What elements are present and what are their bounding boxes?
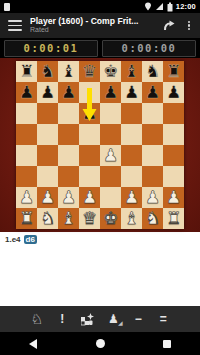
square-d6[interactable]: ♟ [79, 103, 100, 124]
white-queen: ♛ [79, 208, 100, 229]
square-g8[interactable]: ♞ [142, 61, 163, 82]
white-knight: ♞ [142, 208, 163, 229]
black-pawn: ♟ [58, 82, 79, 103]
app-bar: Player (1600) - Comp Frit... Rated [0, 13, 200, 38]
square-h1[interactable]: ♜ [163, 208, 184, 229]
square-c7[interactable]: ♟ [58, 82, 79, 103]
location-icon [144, 2, 152, 11]
square-b5[interactable] [37, 124, 58, 145]
square-f3[interactable] [121, 166, 142, 187]
white-pawn: ♟ [142, 187, 163, 208]
white-pawn: ♟ [163, 187, 184, 208]
square-f4[interactable] [121, 145, 142, 166]
square-d1[interactable]: ♛ [79, 208, 100, 229]
square-c1[interactable]: ♝ [58, 208, 79, 229]
square-c5[interactable] [58, 124, 79, 145]
black-rook: ♜ [163, 61, 184, 82]
square-b2[interactable]: ♟ [37, 187, 58, 208]
square-a3[interactable] [16, 166, 37, 187]
square-g2[interactable]: ♟ [142, 187, 163, 208]
black-pawn: ♟ [100, 82, 121, 103]
square-a2[interactable]: ♟ [16, 187, 37, 208]
page-title: Player (1600) - Comp Frit... [30, 17, 162, 26]
nav-recents-icon[interactable] [163, 340, 171, 348]
square-e3[interactable] [100, 166, 121, 187]
square-h6[interactable] [163, 103, 184, 124]
square-a5[interactable] [16, 124, 37, 145]
square-f5[interactable] [121, 124, 142, 145]
square-g4[interactable] [142, 145, 163, 166]
setup-board-icon[interactable] [81, 313, 94, 326]
white-pawn: ♟ [121, 187, 142, 208]
move-list-area: 1.e4 d6 [0, 232, 200, 306]
white-pawn: ♟ [79, 187, 100, 208]
square-g6[interactable] [142, 103, 163, 124]
square-e6[interactable] [100, 103, 121, 124]
board-frame: ♜♞♝♛♚♝♞♜♟♟♟♟♟♟♟♟♟♟♟♟♟♟♟♟♜♞♝♛♚♝♞♜ [0, 58, 200, 232]
square-a1[interactable]: ♜ [16, 208, 37, 229]
clock-time: 12:00 [176, 2, 196, 11]
takeback-pawn-icon[interactable]: ♟◢ [107, 313, 119, 325]
square-d2[interactable]: ♟ [79, 187, 100, 208]
square-f2[interactable]: ♟ [121, 187, 142, 208]
force-move-icon[interactable]: ! [56, 313, 68, 325]
square-d8[interactable]: ♛ [79, 61, 100, 82]
black-king: ♚ [100, 61, 121, 82]
black-pawn: ♟ [37, 82, 58, 103]
square-c4[interactable] [58, 145, 79, 166]
square-h2[interactable]: ♟ [163, 187, 184, 208]
square-e4[interactable]: ♟ [100, 145, 121, 166]
square-h3[interactable] [163, 166, 184, 187]
square-b6[interactable] [37, 103, 58, 124]
phone-screen: 12:00 Player (1600) - Comp Frit... Rated… [0, 0, 200, 355]
notification-icon [4, 3, 10, 11]
black-pawn: ♟ [16, 82, 37, 103]
square-b4[interactable] [37, 145, 58, 166]
white-rook: ♜ [16, 208, 37, 229]
black-pawn: ♟ [163, 82, 184, 103]
overflow-menu-icon[interactable] [186, 19, 192, 33]
square-e2[interactable] [100, 187, 121, 208]
nav-home-icon[interactable] [96, 339, 105, 348]
square-b7[interactable]: ♟ [37, 82, 58, 103]
black-pawn: ♟ [79, 103, 100, 124]
white-pawn: ♟ [100, 145, 121, 166]
page-subtitle: Rated [30, 26, 162, 33]
square-g5[interactable] [142, 124, 163, 145]
right-game-clock: 0:00:00 [102, 40, 196, 57]
square-a7[interactable]: ♟ [16, 82, 37, 103]
white-rook: ♜ [163, 208, 184, 229]
square-a6[interactable] [16, 103, 37, 124]
square-g3[interactable] [142, 166, 163, 187]
square-a8[interactable]: ♜ [16, 61, 37, 82]
square-e8[interactable]: ♚ [100, 61, 121, 82]
flip-board-icon[interactable] [162, 19, 176, 33]
battery-icon [167, 2, 173, 12]
square-c6[interactable] [58, 103, 79, 124]
square-e1[interactable]: ♚ [100, 208, 121, 229]
black-rook: ♜ [16, 61, 37, 82]
android-nav-bar [0, 332, 200, 355]
black-queen: ♛ [79, 61, 100, 82]
square-b8[interactable]: ♞ [37, 61, 58, 82]
chess-board[interactable]: ♜♞♝♛♚♝♞♜♟♟♟♟♟♟♟♟♟♟♟♟♟♟♟♟♜♞♝♛♚♝♞♜ [16, 61, 184, 229]
square-f8[interactable]: ♝ [121, 61, 142, 82]
square-d3[interactable] [79, 166, 100, 187]
status-bar: 12:00 [0, 0, 200, 13]
black-pawn: ♟ [121, 82, 142, 103]
square-e5[interactable] [100, 124, 121, 145]
square-h5[interactable] [163, 124, 184, 145]
black-knight: ♞ [142, 61, 163, 82]
white-pawn: ♟ [37, 187, 58, 208]
square-g7[interactable]: ♟ [142, 82, 163, 103]
square-a4[interactable] [16, 145, 37, 166]
knight-engine-icon[interactable]: ♘ [31, 312, 44, 326]
move-text[interactable]: 1.e4 [5, 235, 21, 244]
nav-back-icon[interactable] [29, 339, 37, 349]
square-d7[interactable] [79, 82, 100, 103]
equals-eval-icon[interactable]: = [157, 313, 169, 325]
square-h7[interactable]: ♟ [163, 82, 184, 103]
square-d5[interactable] [79, 124, 100, 145]
white-king: ♚ [100, 208, 121, 229]
square-b3[interactable] [37, 166, 58, 187]
bottom-toolbar: ♘ ! ♟◢ − = [0, 306, 200, 332]
square-b1[interactable]: ♞ [37, 208, 58, 229]
black-knight: ♞ [37, 61, 58, 82]
white-pawn: ♟ [58, 187, 79, 208]
white-bishop: ♝ [58, 208, 79, 229]
selected-move[interactable]: d6 [24, 235, 37, 244]
square-d4[interactable] [79, 145, 100, 166]
black-pawn: ♟ [142, 82, 163, 103]
square-c3[interactable] [58, 166, 79, 187]
white-pawn: ♟ [16, 187, 37, 208]
minus-eval-icon[interactable]: − [132, 313, 144, 325]
white-knight: ♞ [37, 208, 58, 229]
square-c2[interactable]: ♟ [58, 187, 79, 208]
left-game-clock: 0:00:01 [4, 40, 98, 57]
clock-row: 0:00:01 0:00:00 [0, 38, 200, 58]
square-f7[interactable]: ♟ [121, 82, 142, 103]
square-g1[interactable]: ♞ [142, 208, 163, 229]
white-bishop: ♝ [121, 208, 142, 229]
square-e7[interactable]: ♟ [100, 82, 121, 103]
menu-icon[interactable] [8, 20, 22, 30]
square-f6[interactable] [121, 103, 142, 124]
square-h8[interactable]: ♜ [163, 61, 184, 82]
square-h4[interactable] [163, 145, 184, 166]
square-c8[interactable]: ♝ [58, 61, 79, 82]
black-bishop: ♝ [58, 61, 79, 82]
black-bishop: ♝ [121, 61, 142, 82]
square-f1[interactable]: ♝ [121, 208, 142, 229]
signal-icon [155, 2, 164, 11]
